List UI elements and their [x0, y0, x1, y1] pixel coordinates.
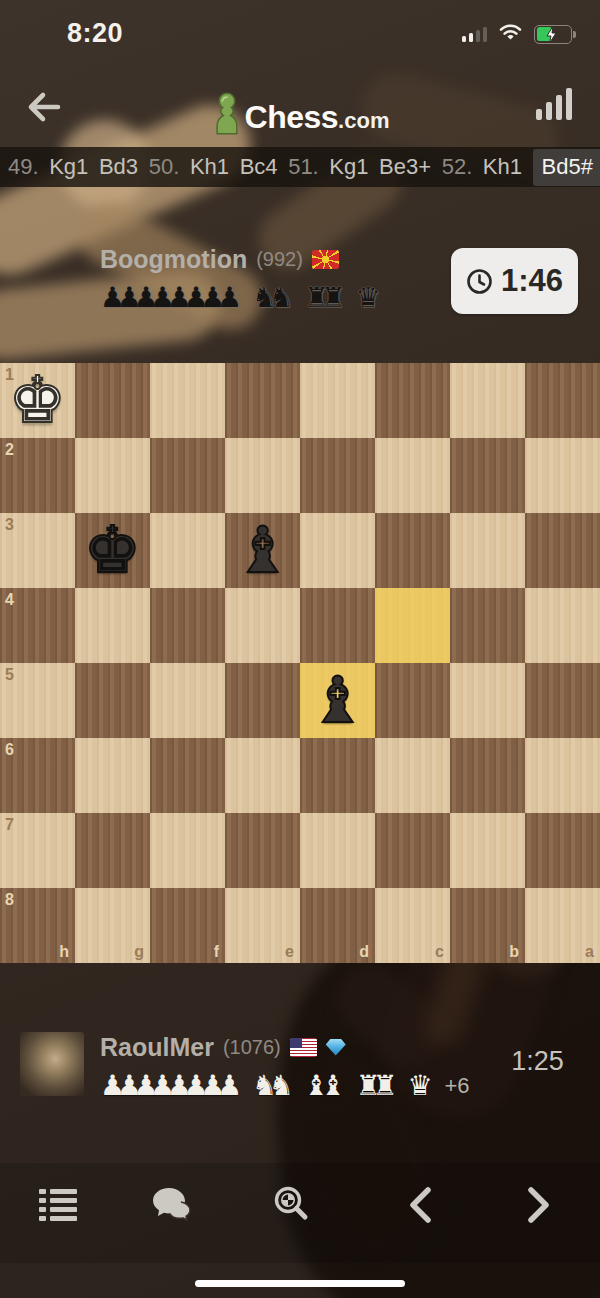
square-b5[interactable]: [450, 663, 525, 738]
move-token[interactable]: Be3+: [379, 154, 431, 180]
captured-pawns: ♟♟♟♟♟♟♟♟: [100, 281, 242, 314]
rank-label: 1: [5, 366, 14, 384]
captured-knights: ♞♞: [252, 281, 294, 314]
diamond-membership-icon: [326, 1039, 346, 1056]
nav-header: Chess .com: [0, 78, 600, 140]
square-a8[interactable]: a: [525, 888, 600, 963]
square-d8[interactable]: d: [300, 888, 375, 963]
move-token[interactable]: Kg1: [49, 154, 88, 180]
square-e2[interactable]: [225, 438, 300, 513]
move-token[interactable]: Bc4: [240, 154, 278, 180]
square-d1[interactable]: [300, 363, 375, 438]
square-g3[interactable]: ♚: [75, 513, 150, 588]
square-h6[interactable]: 6: [0, 738, 75, 813]
home-indicator[interactable]: [195, 1280, 405, 1287]
square-g7[interactable]: [75, 813, 150, 888]
square-h7[interactable]: 7: [0, 813, 75, 888]
square-g8[interactable]: g: [75, 888, 150, 963]
square-d4[interactable]: [300, 588, 375, 663]
north-macedonia-flag-icon: [312, 250, 339, 269]
square-e1[interactable]: [225, 363, 300, 438]
chess-board: 1♚23♚♝45♝678hgfedcba: [0, 363, 600, 963]
square-e6[interactable]: [225, 738, 300, 813]
player-avatar-top[interactable]: [22, 246, 86, 310]
clock-time-top: 1:46: [501, 263, 563, 299]
square-e5[interactable]: [225, 663, 300, 738]
cellular-signal-icon: [462, 26, 488, 42]
square-a4[interactable]: [525, 588, 600, 663]
square-h2[interactable]: 2: [0, 438, 75, 513]
clock-top: 1:46: [451, 248, 578, 314]
square-h3[interactable]: 3: [0, 513, 75, 588]
square-d3[interactable]: [300, 513, 375, 588]
square-h1[interactable]: 1♚: [0, 363, 75, 438]
player-rating: (992): [256, 248, 303, 271]
captured-pieces-bottom: ♟♟♟♟♟♟♟♟ ♞♞ ♝♝ ♜♜ ♛ +6: [100, 1069, 470, 1102]
player-info-bottom[interactable]: RaoulMer (1076): [100, 1032, 346, 1062]
move-number[interactable]: 51.: [288, 154, 319, 180]
square-f8[interactable]: f: [150, 888, 225, 963]
square-a5[interactable]: [525, 663, 600, 738]
square-f1[interactable]: [150, 363, 225, 438]
us-flag-icon: [290, 1038, 317, 1057]
square-b1[interactable]: [450, 363, 525, 438]
analysis-button[interactable]: [269, 1183, 313, 1227]
move-token[interactable]: Kh1: [483, 154, 522, 180]
square-d7[interactable]: [300, 813, 375, 888]
square-g4[interactable]: [75, 588, 150, 663]
square-a3[interactable]: [525, 513, 600, 588]
square-h5[interactable]: 5: [0, 663, 75, 738]
square-e4[interactable]: [225, 588, 300, 663]
move-token[interactable]: Kg1: [329, 154, 368, 180]
rank-label: 3: [5, 516, 14, 534]
wifi-icon: [497, 22, 524, 46]
captured-pawns: ♟♟♟♟♟♟♟♟: [100, 1069, 242, 1102]
square-a1[interactable]: [525, 363, 600, 438]
square-g1[interactable]: [75, 363, 150, 438]
green-pawn-logo-icon: [211, 91, 243, 137]
square-c5[interactable]: [375, 663, 450, 738]
square-d6[interactable]: [300, 738, 375, 813]
square-b8[interactable]: b: [450, 888, 525, 963]
captured-rooks: ♜♜: [356, 1069, 398, 1102]
rank-label: 7: [5, 816, 14, 834]
black-bishop[interactable]: ♝: [300, 663, 375, 738]
square-a6[interactable]: [525, 738, 600, 813]
moves-list-button[interactable]: [36, 1183, 80, 1227]
captured-queens: ♛: [356, 281, 381, 314]
move-token[interactable]: Kh1: [190, 154, 229, 180]
clock-icon: [466, 268, 493, 295]
captured-knights: ♞♞: [252, 1069, 294, 1102]
square-f2[interactable]: [150, 438, 225, 513]
move-token[interactable]: Bd5#: [533, 149, 600, 186]
player-avatar-bottom[interactable]: [20, 1032, 84, 1096]
square-c3[interactable]: [375, 513, 450, 588]
file-label: a: [585, 943, 594, 961]
square-f5[interactable]: [150, 663, 225, 738]
square-a7[interactable]: [525, 813, 600, 888]
square-c1[interactable]: [375, 363, 450, 438]
square-c6[interactable]: [375, 738, 450, 813]
square-f4[interactable]: [150, 588, 225, 663]
next-move-button[interactable]: [517, 1183, 561, 1227]
player-info-top[interactable]: Boogmotion (992): [100, 244, 339, 274]
square-b2[interactable]: [450, 438, 525, 513]
logo-brand-text: Chess: [245, 99, 339, 136]
square-c8[interactable]: c: [375, 888, 450, 963]
rank-label: 8: [5, 891, 14, 909]
square-e3[interactable]: ♝: [225, 513, 300, 588]
square-g5[interactable]: [75, 663, 150, 738]
chesscom-logo: Chess .com: [0, 82, 600, 136]
rank-label: 2: [5, 441, 14, 459]
rank-label: 5: [5, 666, 14, 684]
move-token[interactable]: Bd3: [99, 154, 138, 180]
square-c7[interactable]: [375, 813, 450, 888]
captured-rooks: ♜♜: [304, 281, 346, 314]
move-number[interactable]: 52.: [442, 154, 473, 180]
square-e7[interactable]: [225, 813, 300, 888]
battery-charging-icon: [534, 25, 572, 44]
material-advantage: +6: [445, 1073, 470, 1099]
captured-pieces-top: ♟♟♟♟♟♟♟♟ ♞♞ ♜♜ ♛: [100, 281, 391, 314]
square-c4[interactable]: [375, 588, 450, 663]
square-h8[interactable]: 8h: [0, 888, 75, 963]
last-move-highlight: [375, 588, 450, 663]
logo-tld-text: .com: [338, 108, 389, 134]
file-label: h: [59, 943, 69, 961]
square-g2[interactable]: [75, 438, 150, 513]
file-label: b: [509, 943, 519, 961]
clock-time-bottom: 1:25: [495, 1046, 580, 1077]
file-label: f: [214, 943, 219, 961]
black-bishop[interactable]: ♝: [225, 513, 300, 588]
square-c2[interactable]: [375, 438, 450, 513]
square-f3[interactable]: [150, 513, 225, 588]
square-b4[interactable]: [450, 588, 525, 663]
player-rating: (1076): [223, 1036, 281, 1059]
square-b7[interactable]: [450, 813, 525, 888]
square-h4[interactable]: 4: [0, 588, 75, 663]
captured-queens: ♛: [407, 1069, 432, 1102]
square-d2[interactable]: [300, 438, 375, 513]
square-a2[interactable]: [525, 438, 600, 513]
square-b3[interactable]: [450, 513, 525, 588]
square-g6[interactable]: [75, 738, 150, 813]
file-label: d: [359, 943, 369, 961]
captured-bishops: ♝♝: [304, 1069, 346, 1102]
square-d5[interactable]: ♝: [300, 663, 375, 738]
connection-bars-icon: [536, 88, 573, 120]
square-b6[interactable]: [450, 738, 525, 813]
file-label: g: [134, 943, 144, 961]
square-e8[interactable]: e: [225, 888, 300, 963]
app-screen: 8:20: [0, 0, 600, 1298]
status-bar: 8:20: [0, 14, 600, 50]
chat-button[interactable]: [150, 1183, 194, 1227]
black-king[interactable]: ♚: [75, 513, 150, 588]
status-time: 8:20: [58, 18, 132, 49]
move-number[interactable]: 50.: [149, 154, 180, 180]
player-name: Boogmotion: [100, 245, 247, 274]
move-number[interactable]: 49.: [8, 154, 39, 180]
file-label: c: [435, 943, 444, 961]
square-f6[interactable]: [150, 738, 225, 813]
square-f7[interactable]: [150, 813, 225, 888]
rank-label: 6: [5, 741, 14, 759]
file-label: e: [285, 943, 294, 961]
move-list: 49.Kg1Bd350.Kh1Bc451.Kg1Be3+52.Kh1Bd5#: [0, 147, 600, 187]
rank-label: 4: [5, 591, 14, 609]
previous-move-button[interactable]: [398, 1183, 442, 1227]
player-name: RaoulMer: [100, 1033, 214, 1062]
